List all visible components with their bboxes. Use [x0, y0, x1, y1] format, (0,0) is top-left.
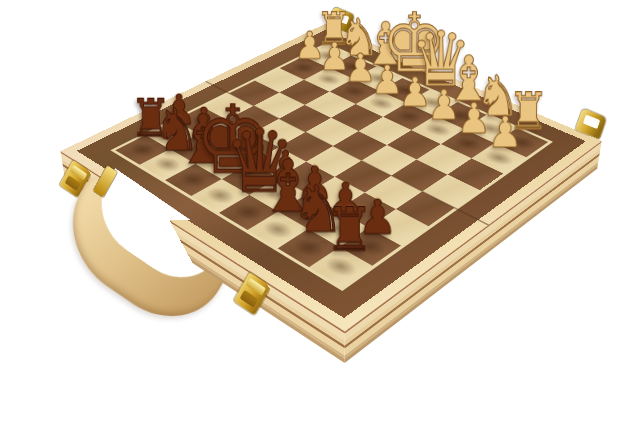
product-photo-stage: ♜♞♝♛♚♝♞♜♟♟♟♟♟♟♟♟♟♟♟♟♟♟♟♟♜♞♝♛♚♝♞♜ — [0, 0, 630, 423]
square-a8[interactable]: ♜ — [309, 247, 372, 287]
chess-case: ♜♞♝♛♚♝♞♜♟♟♟♟♟♟♟♟♟♟♟♟♟♟♟♟♜♞♝♛♚♝♞♜ — [61, 24, 602, 332]
black-rook-a8[interactable]: ♜ — [266, 200, 432, 260]
white-pawn-a2[interactable]: ♟ — [433, 111, 578, 154]
